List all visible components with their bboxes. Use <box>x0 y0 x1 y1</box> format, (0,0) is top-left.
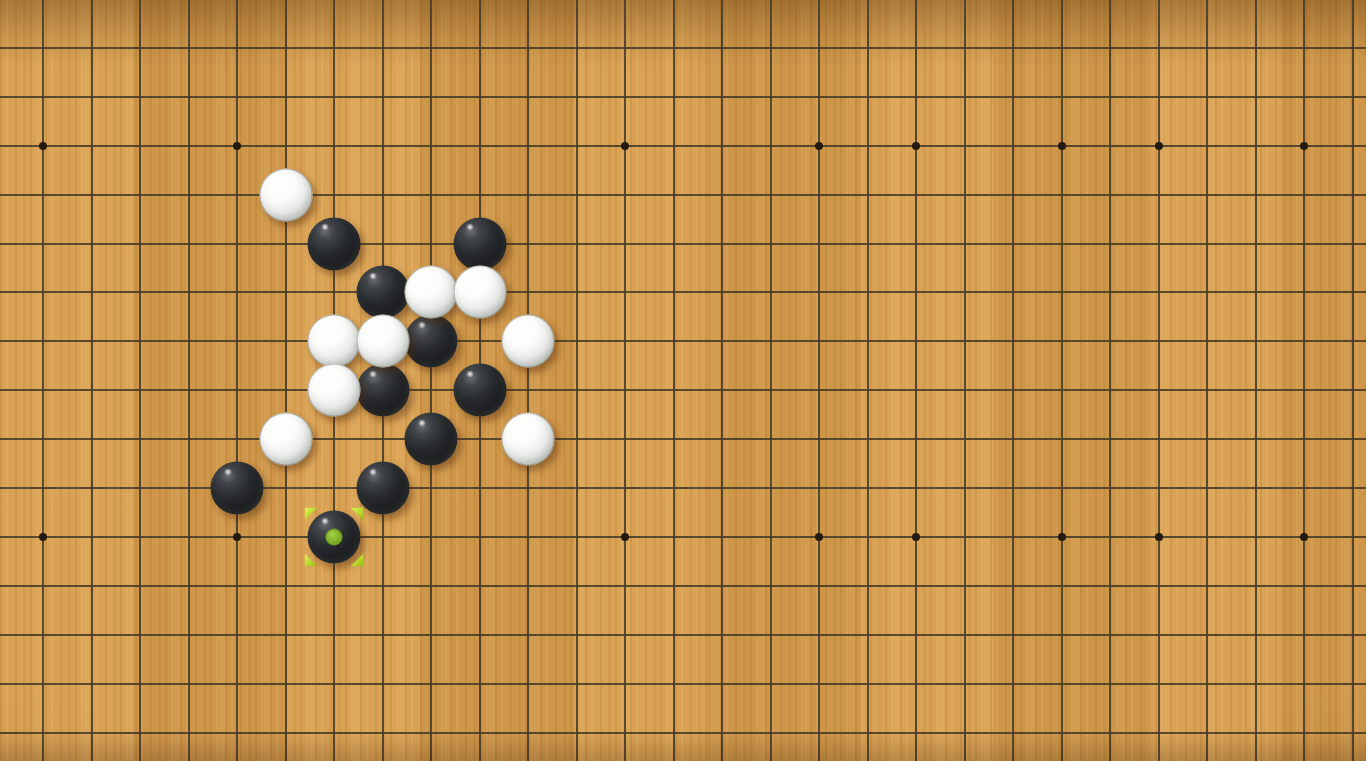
grid-line-vertical <box>915 0 917 761</box>
grid-line-vertical <box>188 0 190 761</box>
hoshi-dot <box>233 533 241 541</box>
last-move-dot <box>326 528 343 545</box>
stone-glyph: ○ <box>502 315 555 368</box>
grid-line-vertical <box>430 0 432 761</box>
white-stone: ○ <box>356 315 409 368</box>
white-stone: ○ <box>453 266 506 319</box>
white-stone: ○ <box>259 413 312 466</box>
grid-line-horizontal <box>0 47 1366 49</box>
grid-line-horizontal <box>0 585 1366 587</box>
white-stone: ○ <box>502 413 555 466</box>
grid-line-horizontal <box>0 389 1366 391</box>
hoshi-dot <box>621 142 629 150</box>
grid-line-vertical <box>1109 0 1111 761</box>
hoshi-dot <box>912 142 920 150</box>
hoshi-dot <box>1155 142 1163 150</box>
marker-bracket <box>351 553 364 566</box>
grid-line-vertical <box>1061 0 1063 761</box>
hoshi-dot <box>1300 142 1308 150</box>
grid-line-vertical <box>91 0 93 761</box>
white-stone: ○ <box>259 168 312 221</box>
grid-line-vertical <box>527 0 529 761</box>
white-stone: ○ <box>308 364 361 417</box>
stone-glyph: ○ <box>502 413 555 466</box>
stone-glyph: ● <box>356 462 409 515</box>
grid-line-vertical <box>867 0 869 761</box>
grid-line-vertical <box>624 0 626 761</box>
grid-line-vertical <box>721 0 723 761</box>
stone-glyph: ● <box>405 413 458 466</box>
grid-line-horizontal <box>0 438 1366 440</box>
grid-line-vertical <box>236 0 238 761</box>
stone-glyph: ● <box>308 217 361 270</box>
hoshi-dot <box>621 533 629 541</box>
grid-line-vertical <box>673 0 675 761</box>
grid-line-horizontal <box>0 291 1366 293</box>
hoshi-dot <box>1058 533 1066 541</box>
grid-line-vertical <box>1158 0 1160 761</box>
white-stone: ○ <box>502 315 555 368</box>
black-stone: ● <box>211 462 264 515</box>
stone-glyph: ○ <box>453 266 506 319</box>
grid-line-horizontal <box>0 487 1366 489</box>
hoshi-dot <box>912 533 920 541</box>
grid-line-horizontal <box>0 634 1366 636</box>
stone-glyph: ○ <box>308 364 361 417</box>
hoshi-dot <box>1300 533 1308 541</box>
stone-glyph: ● <box>453 364 506 417</box>
hoshi-dot <box>39 142 47 150</box>
hoshi-dot <box>233 142 241 150</box>
hoshi-dot <box>39 533 47 541</box>
grid-line-horizontal <box>0 96 1366 98</box>
grid-line-vertical <box>1352 0 1354 761</box>
gomoku-board-screen: ●●●●●●●●●●○○○○○○○○○ <box>0 0 1366 761</box>
grid-line-horizontal <box>0 340 1366 342</box>
white-stone: ○ <box>405 266 458 319</box>
hoshi-dot <box>815 533 823 541</box>
stone-glyph: ● <box>211 462 264 515</box>
last-move-marker <box>308 510 361 563</box>
marker-bracket <box>305 553 318 566</box>
grid-line-vertical <box>1255 0 1257 761</box>
black-stone: ● <box>453 364 506 417</box>
grid-line-vertical <box>285 0 287 761</box>
black-stone: ● <box>308 510 361 563</box>
hoshi-dot <box>815 142 823 150</box>
grid-line-vertical <box>818 0 820 761</box>
grid-line-vertical <box>1206 0 1208 761</box>
hoshi-dot <box>1058 142 1066 150</box>
grid-line-vertical <box>964 0 966 761</box>
grid-line-horizontal <box>0 194 1366 196</box>
stone-glyph: ○ <box>259 168 312 221</box>
marker-bracket <box>305 507 318 520</box>
grid-line-vertical <box>1303 0 1305 761</box>
hoshi-dot <box>1155 533 1163 541</box>
marker-bracket <box>351 507 364 520</box>
stone-glyph: ○ <box>405 266 458 319</box>
black-stone: ● <box>308 217 361 270</box>
grid-line-vertical <box>42 0 44 761</box>
grid-line-horizontal <box>0 683 1366 685</box>
grid-line-vertical <box>139 0 141 761</box>
stone-glyph: ○ <box>259 413 312 466</box>
black-stone: ● <box>405 413 458 466</box>
grid-line-vertical <box>1012 0 1014 761</box>
grid-line-vertical <box>770 0 772 761</box>
board[interactable]: ●●●●●●●●●●○○○○○○○○○ <box>0 0 1366 761</box>
grid-line-horizontal <box>0 732 1366 734</box>
black-stone: ● <box>356 462 409 515</box>
grid-line-vertical <box>576 0 578 761</box>
grid-line-horizontal <box>0 243 1366 245</box>
stone-glyph: ○ <box>356 315 409 368</box>
